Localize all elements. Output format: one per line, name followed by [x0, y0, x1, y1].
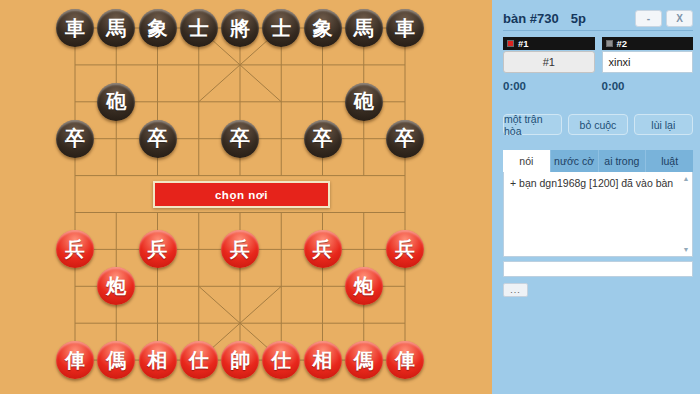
tab-who-is-in[interactable]: ai trong	[599, 150, 647, 172]
player-1-bar: #1	[503, 37, 595, 50]
black-elephant[interactable]: 象	[139, 9, 177, 47]
black-cannon[interactable]: 砲	[97, 83, 135, 121]
xiangqi-app: chọn nơi 車馬象士將士象馬車砲砲卒卒卒卒卒兵兵兵兵兵炮炮俥傌相仕帥仕相傌…	[0, 0, 700, 394]
black-soldier[interactable]: 卒	[139, 120, 177, 158]
action-buttons: một trận hòa bỏ cuộc lùi lại	[503, 114, 693, 135]
scroll-up-icon[interactable]: ▲	[680, 173, 692, 184]
black-chariot[interactable]: 車	[56, 9, 94, 47]
draw-button[interactable]: một trận hòa	[503, 114, 562, 135]
player-2-name: xinxi	[602, 51, 694, 73]
player-1-color-icon	[507, 40, 514, 47]
table-title: bàn #730	[503, 11, 559, 26]
tab-rules[interactable]: luật	[646, 150, 693, 172]
minimize-button[interactable]: -	[635, 10, 662, 27]
player-1: #1 #1 0:00	[503, 37, 595, 92]
black-general[interactable]: 將	[221, 9, 259, 47]
black-cannon[interactable]: 砲	[345, 83, 383, 121]
player-1-tag: #1	[518, 38, 529, 49]
choose-side-button[interactable]: chọn nơi	[153, 181, 330, 208]
time-control: 5p	[571, 11, 586, 26]
black-elephant[interactable]: 象	[304, 9, 342, 47]
more-button[interactable]: ...	[503, 283, 528, 297]
red-advisor[interactable]: 仕	[180, 341, 218, 379]
red-cannon[interactable]: 炮	[345, 267, 383, 305]
chat-scrollbar[interactable]: ▲ ▼	[680, 172, 692, 256]
black-soldier[interactable]: 卒	[221, 120, 259, 158]
xiangqi-board[interactable]: chọn nơi 車馬象士將士象馬車砲砲卒卒卒卒卒兵兵兵兵兵炮炮俥傌相仕帥仕相傌…	[0, 0, 492, 394]
black-horse[interactable]: 馬	[97, 9, 135, 47]
player-2: #2 xinxi 0:00	[602, 37, 694, 92]
game-panel: bàn #730 5p - X #1 #1 0:00 #2	[492, 0, 700, 394]
black-advisor[interactable]: 士	[262, 9, 300, 47]
black-soldier[interactable]: 卒	[304, 120, 342, 158]
tab-moves[interactable]: nước cờ	[551, 150, 599, 172]
red-chariot[interactable]: 俥	[386, 341, 424, 379]
player-2-bar: #2	[602, 37, 694, 50]
player-1-seat-button[interactable]: #1	[503, 51, 595, 73]
player-2-tag: #2	[617, 38, 628, 49]
black-advisor[interactable]: 士	[180, 9, 218, 47]
black-chariot[interactable]: 車	[386, 9, 424, 47]
red-soldier[interactable]: 兵	[304, 230, 342, 268]
chat-input[interactable]	[503, 261, 693, 277]
red-elephant[interactable]: 相	[304, 341, 342, 379]
player-1-clock: 0:00	[503, 80, 595, 92]
player-2-clock: 0:00	[602, 80, 694, 92]
red-chariot[interactable]: 俥	[56, 341, 94, 379]
players-row: #1 #1 0:00 #2 xinxi 0:00	[503, 37, 693, 92]
player-2-color-icon	[606, 40, 613, 47]
chat-tabs: nói nước cờ ai trong luật	[503, 150, 693, 172]
red-general[interactable]: 帥	[221, 341, 259, 379]
panel-header: bàn #730 5p - X	[503, 0, 693, 31]
black-soldier[interactable]: 卒	[386, 120, 424, 158]
undo-button[interactable]: lùi lại	[634, 114, 693, 135]
red-horse[interactable]: 傌	[345, 341, 383, 379]
black-horse[interactable]: 馬	[345, 9, 383, 47]
red-elephant[interactable]: 相	[139, 341, 177, 379]
red-soldier[interactable]: 兵	[139, 230, 177, 268]
tab-chat[interactable]: nói	[503, 150, 551, 172]
black-soldier[interactable]: 卒	[56, 120, 94, 158]
scroll-down-icon[interactable]: ▼	[680, 244, 692, 255]
chat-box: + bạn dgn1968g [1200] đã vào bàn ▲ ▼	[503, 172, 693, 257]
resign-button[interactable]: bỏ cuộc	[568, 114, 627, 135]
close-button[interactable]: X	[666, 10, 693, 27]
chat-message: + bạn dgn1968g [1200] đã vào bàn	[504, 172, 692, 191]
